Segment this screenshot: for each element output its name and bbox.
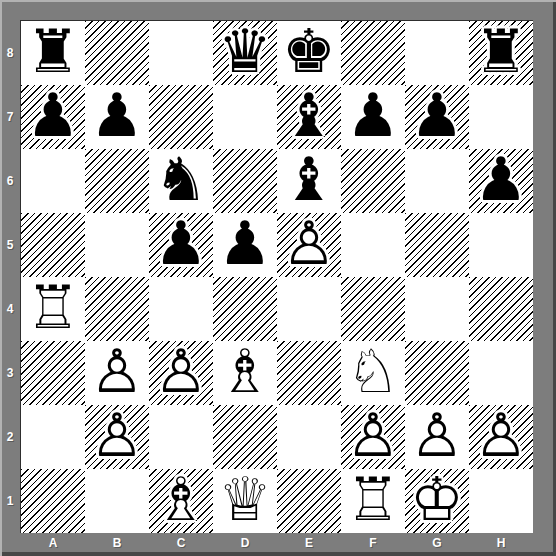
white-rook-icon: ♖	[21, 275, 85, 339]
square-h6[interactable]: ♟♟	[469, 149, 533, 213]
square-f5[interactable]	[341, 213, 405, 277]
square-c6[interactable]: ♞♞	[149, 149, 213, 213]
rank-label-column: 8 7 6 5 4 3 2 1	[0, 21, 20, 533]
square-g6[interactable]	[405, 149, 469, 213]
file-label-f: F	[341, 533, 405, 552]
piece-white-king[interactable]: ♚♔	[405, 469, 469, 533]
square-f2[interactable]: ♟♙	[341, 405, 405, 469]
square-e3[interactable]	[277, 341, 341, 405]
black-pawn-icon: ♟	[213, 211, 277, 275]
square-f7[interactable]: ♟♟	[341, 85, 405, 149]
square-c7[interactable]	[149, 85, 213, 149]
square-g2[interactable]: ♟♙	[405, 405, 469, 469]
piece-white-pawn[interactable]: ♟♙	[469, 405, 533, 469]
square-a5[interactable]	[21, 213, 85, 277]
square-f4[interactable]	[341, 277, 405, 341]
piece-black-pawn[interactable]: ♟♟	[469, 149, 533, 213]
white-pawn-icon: ♙	[85, 403, 149, 467]
square-h1[interactable]	[469, 469, 533, 533]
rank-label-5: 5	[0, 213, 20, 277]
white-pawn-icon: ♙	[85, 339, 149, 403]
black-pawn-icon: ♟	[341, 83, 405, 147]
square-b7[interactable]: ♟♟	[85, 85, 149, 149]
rank-label-7: 7	[0, 85, 20, 149]
white-knight-icon: ♘	[341, 339, 405, 403]
piece-black-knight[interactable]: ♞♞	[149, 149, 213, 213]
file-label-c: C	[149, 533, 213, 552]
square-d7[interactable]	[213, 85, 277, 149]
black-bishop-icon: ♝	[277, 147, 341, 211]
black-pawn-icon: ♟	[469, 147, 533, 211]
square-f1[interactable]: ♜♖	[341, 469, 405, 533]
file-label-h: H	[469, 533, 533, 552]
square-a4[interactable]: ♜♖	[21, 277, 85, 341]
square-h4[interactable]	[469, 277, 533, 341]
chess-board[interactable]: ♜♜♛♛♚♚♜♜♟♟♟♟♝♝♟♟♟♟♞♞♝♝♟♟♟♟♟♟♟♙♜♖♟♙♟♙♝♗♞♘…	[20, 20, 533, 533]
square-e4[interactable]	[277, 277, 341, 341]
square-a8[interactable]: ♜♜	[21, 21, 85, 85]
square-e6[interactable]: ♝♝	[277, 149, 341, 213]
white-pawn-icon: ♙	[341, 403, 405, 467]
piece-white-rook[interactable]: ♜♖	[21, 277, 85, 341]
white-king-icon: ♔	[405, 467, 469, 531]
square-h3[interactable]	[469, 341, 533, 405]
white-bishop-icon: ♗	[149, 467, 213, 531]
square-c2[interactable]	[149, 405, 213, 469]
black-knight-icon: ♞	[149, 147, 213, 211]
piece-black-bishop[interactable]: ♝♝	[277, 85, 341, 149]
piece-white-rook[interactable]: ♜♖	[341, 469, 405, 533]
black-bishop-icon: ♝	[277, 83, 341, 147]
chess-diagram-frame: 8 7 6 5 4 3 2 1 ♜♜♛♛♚♚♜♜♟♟♟♟♝♝♟♟♟♟♞♞♝♝♟♟…	[0, 0, 556, 556]
square-e2[interactable]	[277, 405, 341, 469]
square-b5[interactable]	[85, 213, 149, 277]
square-a1[interactable]	[21, 469, 85, 533]
square-a7[interactable]: ♟♟	[21, 85, 85, 149]
square-c8[interactable]	[149, 21, 213, 85]
black-rook-icon: ♜	[21, 19, 85, 83]
square-b2[interactable]: ♟♙	[85, 405, 149, 469]
piece-black-rook[interactable]: ♜♜	[21, 21, 85, 85]
black-pawn-icon: ♟	[149, 211, 213, 275]
square-a6[interactable]	[21, 149, 85, 213]
square-g4[interactable]	[405, 277, 469, 341]
square-g5[interactable]	[405, 213, 469, 277]
square-d1[interactable]: ♛♕	[213, 469, 277, 533]
black-rook-icon: ♜	[469, 19, 533, 83]
piece-white-pawn[interactable]: ♟♙	[277, 213, 341, 277]
square-d5[interactable]: ♟♟	[213, 213, 277, 277]
square-c4[interactable]	[149, 277, 213, 341]
black-pawn-icon: ♟	[21, 83, 85, 147]
square-a3[interactable]	[21, 341, 85, 405]
square-b3[interactable]: ♟♙	[85, 341, 149, 405]
black-pawn-icon: ♟	[405, 83, 469, 147]
piece-white-knight[interactable]: ♞♘	[341, 341, 405, 405]
piece-black-queen[interactable]: ♛♛	[213, 21, 277, 85]
file-label-row: A B C D E F G H	[21, 533, 533, 552]
white-bishop-icon: ♗	[213, 339, 277, 403]
piece-black-pawn[interactable]: ♟♟	[213, 213, 277, 277]
file-label-g: G	[405, 533, 469, 552]
piece-black-pawn[interactable]: ♟♟	[341, 85, 405, 149]
square-f6[interactable]	[341, 149, 405, 213]
square-d2[interactable]	[213, 405, 277, 469]
file-label-d: D	[213, 533, 277, 552]
square-b8[interactable]	[85, 21, 149, 85]
square-g8[interactable]	[405, 21, 469, 85]
piece-black-bishop[interactable]: ♝♝	[277, 149, 341, 213]
white-queen-icon: ♕	[213, 467, 277, 531]
square-g1[interactable]: ♚♔	[405, 469, 469, 533]
piece-white-pawn[interactable]: ♟♙	[85, 405, 149, 469]
piece-black-rook[interactable]: ♜♜	[469, 21, 533, 85]
white-pawn-icon: ♙	[277, 211, 341, 275]
piece-white-pawn[interactable]: ♟♙	[341, 405, 405, 469]
piece-black-pawn[interactable]: ♟♟	[21, 85, 85, 149]
square-c5[interactable]: ♟♟	[149, 213, 213, 277]
piece-white-pawn[interactable]: ♟♙	[85, 341, 149, 405]
square-b4[interactable]	[85, 277, 149, 341]
rank-label-8: 8	[0, 21, 20, 85]
square-c3[interactable]: ♟♙	[149, 341, 213, 405]
white-rook-icon: ♖	[341, 467, 405, 531]
square-d6[interactable]	[213, 149, 277, 213]
piece-black-pawn[interactable]: ♟♟	[149, 213, 213, 277]
square-g7[interactable]: ♟♟	[405, 85, 469, 149]
piece-white-bishop[interactable]: ♝♗	[213, 341, 277, 405]
piece-black-pawn[interactable]: ♟♟	[85, 85, 149, 149]
square-h8[interactable]: ♜♜	[469, 21, 533, 85]
square-e5[interactable]: ♟♙	[277, 213, 341, 277]
file-label-b: B	[85, 533, 149, 552]
square-h7[interactable]	[469, 85, 533, 149]
piece-white-pawn[interactable]: ♟♙	[149, 341, 213, 405]
piece-white-queen[interactable]: ♛♕	[213, 469, 277, 533]
square-e1[interactable]	[277, 469, 341, 533]
square-c1[interactable]: ♝♗	[149, 469, 213, 533]
square-e8[interactable]: ♚♚	[277, 21, 341, 85]
white-pawn-icon: ♙	[405, 403, 469, 467]
square-a2[interactable]	[21, 405, 85, 469]
square-f8[interactable]	[341, 21, 405, 85]
rank-label-6: 6	[0, 149, 20, 213]
piece-black-pawn[interactable]: ♟♟	[405, 85, 469, 149]
rank-label-3: 3	[0, 341, 20, 405]
white-pawn-icon: ♙	[469, 403, 533, 467]
file-label-a: A	[21, 533, 85, 552]
square-b6[interactable]	[85, 149, 149, 213]
square-d4[interactable]	[213, 277, 277, 341]
black-king-icon: ♚	[277, 19, 341, 83]
rank-label-4: 4	[0, 277, 20, 341]
rank-label-1: 1	[0, 469, 20, 533]
white-pawn-icon: ♙	[149, 339, 213, 403]
square-h5[interactable]	[469, 213, 533, 277]
black-queen-icon: ♛	[213, 19, 277, 83]
piece-white-bishop[interactable]: ♝♗	[149, 469, 213, 533]
square-d8[interactable]: ♛♛	[213, 21, 277, 85]
square-g3[interactable]	[405, 341, 469, 405]
file-label-e: E	[277, 533, 341, 552]
square-e7[interactable]: ♝♝	[277, 85, 341, 149]
square-b1[interactable]	[85, 469, 149, 533]
piece-white-pawn[interactable]: ♟♙	[405, 405, 469, 469]
piece-black-king[interactable]: ♚♚	[277, 21, 341, 85]
black-pawn-icon: ♟	[85, 83, 149, 147]
square-d3[interactable]: ♝♗	[213, 341, 277, 405]
rank-label-2: 2	[0, 405, 20, 469]
square-f3[interactable]: ♞♘	[341, 341, 405, 405]
square-h2[interactable]: ♟♙	[469, 405, 533, 469]
